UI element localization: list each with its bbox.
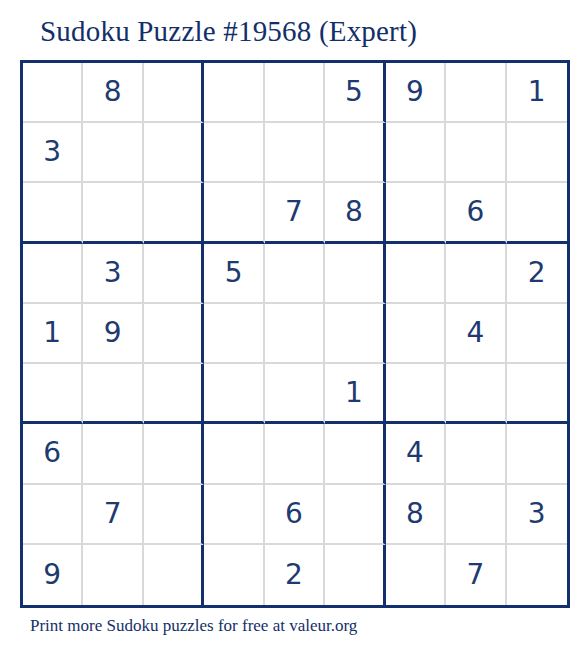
cell-r3c1 — [23, 183, 83, 243]
cell-r2c8 — [446, 123, 506, 183]
cell-r7c1: 6 — [23, 424, 83, 484]
footer-text: Print more Sudoku puzzles for free at va… — [30, 616, 357, 636]
cell-r5c2: 9 — [83, 304, 143, 364]
cell-r3c2 — [83, 183, 143, 243]
cell-r9c9 — [507, 545, 567, 605]
cell-r5c7 — [386, 304, 446, 364]
cell-r6c2 — [83, 364, 143, 424]
cell-r4c1 — [23, 244, 83, 304]
cell-r5c3 — [144, 304, 204, 364]
cell-r7c8 — [446, 424, 506, 484]
cell-r9c1: 9 — [23, 545, 83, 605]
cell-r8c9: 3 — [507, 485, 567, 545]
cell-r1c8 — [446, 63, 506, 123]
cell-r8c1 — [23, 485, 83, 545]
cell-r7c5 — [265, 424, 325, 484]
cell-r6c4 — [204, 364, 264, 424]
cell-r1c4 — [204, 63, 264, 123]
cell-r3c3 — [144, 183, 204, 243]
cell-r3c7 — [386, 183, 446, 243]
cell-r2c6 — [325, 123, 385, 183]
cell-r1c7: 9 — [386, 63, 446, 123]
cell-r4c7 — [386, 244, 446, 304]
cell-r7c6 — [325, 424, 385, 484]
cell-r7c9 — [507, 424, 567, 484]
cell-r6c8 — [446, 364, 506, 424]
cell-r1c6: 5 — [325, 63, 385, 123]
cell-r6c3 — [144, 364, 204, 424]
cell-r5c5 — [265, 304, 325, 364]
cell-r2c4 — [204, 123, 264, 183]
cell-r9c3 — [144, 545, 204, 605]
cell-r1c1 — [23, 63, 83, 123]
cell-r6c1 — [23, 364, 83, 424]
cell-r8c5: 6 — [265, 485, 325, 545]
cell-r4c4: 5 — [204, 244, 264, 304]
cell-r6c9 — [507, 364, 567, 424]
cell-r8c8 — [446, 485, 506, 545]
cell-r1c2: 8 — [83, 63, 143, 123]
cell-r2c1: 3 — [23, 123, 83, 183]
cell-r1c5 — [265, 63, 325, 123]
cell-r4c9: 2 — [507, 244, 567, 304]
cell-r8c4 — [204, 485, 264, 545]
cell-r8c2: 7 — [83, 485, 143, 545]
cell-r5c6 — [325, 304, 385, 364]
cell-r4c5 — [265, 244, 325, 304]
cell-r2c5 — [265, 123, 325, 183]
cell-r5c1: 1 — [23, 304, 83, 364]
cell-r9c8: 7 — [446, 545, 506, 605]
cell-r7c7: 4 — [386, 424, 446, 484]
cell-r4c2: 3 — [83, 244, 143, 304]
cell-r4c6 — [325, 244, 385, 304]
cell-r6c7 — [386, 364, 446, 424]
cell-r4c3 — [144, 244, 204, 304]
cell-r9c7 — [386, 545, 446, 605]
cell-r7c2 — [83, 424, 143, 484]
cell-r9c2 — [83, 545, 143, 605]
cell-r7c4 — [204, 424, 264, 484]
cell-r1c3 — [144, 63, 204, 123]
cell-r4c8 — [446, 244, 506, 304]
cell-r6c6: 1 — [325, 364, 385, 424]
cell-r3c4 — [204, 183, 264, 243]
cell-r2c3 — [144, 123, 204, 183]
cell-r8c6 — [325, 485, 385, 545]
sudoku-board: 859137863521941647683927 — [20, 60, 570, 608]
cell-r2c2 — [83, 123, 143, 183]
cell-r1c9: 1 — [507, 63, 567, 123]
cell-r5c4 — [204, 304, 264, 364]
cell-r7c3 — [144, 424, 204, 484]
cell-r8c7: 8 — [386, 485, 446, 545]
page-title: Sudoku Puzzle #19568 (Expert) — [40, 15, 417, 48]
cell-r2c7 — [386, 123, 446, 183]
cell-r3c6: 8 — [325, 183, 385, 243]
cell-r2c9 — [507, 123, 567, 183]
cell-r9c6 — [325, 545, 385, 605]
cell-r8c3 — [144, 485, 204, 545]
cell-r6c5 — [265, 364, 325, 424]
cell-r9c4 — [204, 545, 264, 605]
cell-r3c5: 7 — [265, 183, 325, 243]
cell-r3c8: 6 — [446, 183, 506, 243]
cell-r3c9 — [507, 183, 567, 243]
cell-r5c9 — [507, 304, 567, 364]
cell-r5c8: 4 — [446, 304, 506, 364]
cell-r9c5: 2 — [265, 545, 325, 605]
